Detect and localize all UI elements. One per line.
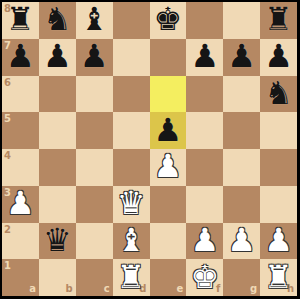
square-c8[interactable]: ♝ (76, 2, 113, 39)
square-f4[interactable] (186, 149, 223, 186)
white-pawn-f2[interactable]: ♟ (190, 224, 219, 256)
square-h4[interactable] (260, 149, 297, 186)
square-a3[interactable]: 3♟ (2, 186, 39, 223)
chess-board: 8♜♞♝♚♜7♟♟♟♟♟♟6♞5♟4♟3♟♛2♛♝♟♟♟1abcd♜ef♚gh♜ (2, 2, 297, 296)
square-h3[interactable] (260, 186, 297, 223)
black-knight-h6[interactable]: ♞ (264, 77, 293, 109)
square-c3[interactable] (76, 186, 113, 223)
square-d4[interactable] (113, 149, 150, 186)
square-a2[interactable]: 2 (2, 223, 39, 260)
white-pawn-e4[interactable]: ♟ (154, 150, 183, 182)
rank-label-5: 5 (4, 114, 11, 124)
black-pawn-f7[interactable]: ♟ (190, 40, 219, 72)
square-c1[interactable]: c (76, 259, 113, 296)
square-f8[interactable] (186, 2, 223, 39)
white-pawn-a3[interactable]: ♟ (6, 187, 35, 219)
white-pawn-h2[interactable]: ♟ (264, 224, 293, 256)
black-pawn-a7[interactable]: ♟ (6, 40, 35, 72)
white-bishop-d2[interactable]: ♝ (117, 224, 146, 256)
square-c6[interactable] (76, 76, 113, 113)
square-e2[interactable] (150, 223, 187, 260)
square-b5[interactable] (39, 112, 76, 149)
rank-label-1: 1 (4, 261, 11, 271)
square-e8[interactable]: ♚ (150, 2, 187, 39)
square-e7[interactable] (150, 39, 187, 76)
square-g2[interactable]: ♟ (223, 223, 260, 260)
square-d8[interactable] (113, 2, 150, 39)
square-d2[interactable]: ♝ (113, 223, 150, 260)
black-pawn-b7[interactable]: ♟ (43, 40, 72, 72)
square-f7[interactable]: ♟ (186, 39, 223, 76)
square-g3[interactable] (223, 186, 260, 223)
white-king-f1[interactable]: ♚ (190, 261, 219, 293)
black-pawn-g7[interactable]: ♟ (227, 40, 256, 72)
black-rook-a8[interactable]: ♜ (6, 3, 35, 35)
black-queen-b2[interactable]: ♛ (43, 224, 72, 256)
square-g5[interactable] (223, 112, 260, 149)
square-c4[interactable] (76, 149, 113, 186)
black-bishop-c8[interactable]: ♝ (80, 3, 109, 35)
square-h6[interactable]: ♞ (260, 76, 297, 113)
black-pawn-c7[interactable]: ♟ (80, 40, 109, 72)
square-d1[interactable]: d♜ (113, 259, 150, 296)
square-f5[interactable] (186, 112, 223, 149)
square-b1[interactable]: b (39, 259, 76, 296)
square-f3[interactable] (186, 186, 223, 223)
square-a5[interactable]: 5 (2, 112, 39, 149)
square-a4[interactable]: 4 (2, 149, 39, 186)
square-e3[interactable] (150, 186, 187, 223)
white-rook-h1[interactable]: ♜ (264, 261, 293, 293)
chess-board-frame: 8♜♞♝♚♜7♟♟♟♟♟♟6♞5♟4♟3♟♛2♛♝♟♟♟1abcd♜ef♚gh♜ (0, 0, 300, 299)
white-pawn-g2[interactable]: ♟ (227, 224, 256, 256)
black-king-e8[interactable]: ♚ (154, 3, 183, 35)
square-d7[interactable] (113, 39, 150, 76)
square-h8[interactable]: ♜ (260, 2, 297, 39)
square-c5[interactable] (76, 112, 113, 149)
square-b2[interactable]: ♛ (39, 223, 76, 260)
square-a8[interactable]: 8♜ (2, 2, 39, 39)
square-a6[interactable]: 6 (2, 76, 39, 113)
square-b6[interactable] (39, 76, 76, 113)
white-queen-d3[interactable]: ♛ (117, 187, 146, 219)
square-d6[interactable] (113, 76, 150, 113)
black-knight-b8[interactable]: ♞ (43, 3, 72, 35)
file-label-a: a (29, 284, 36, 294)
rank-label-6: 6 (4, 78, 11, 88)
square-c2[interactable] (76, 223, 113, 260)
square-g7[interactable]: ♟ (223, 39, 260, 76)
square-b3[interactable] (39, 186, 76, 223)
square-a1[interactable]: 1a (2, 259, 39, 296)
file-label-c: c (104, 284, 110, 294)
file-label-g: g (250, 284, 257, 294)
square-f2[interactable]: ♟ (186, 223, 223, 260)
square-g4[interactable] (223, 149, 260, 186)
square-e4[interactable]: ♟ (150, 149, 187, 186)
square-g8[interactable] (223, 2, 260, 39)
square-f1[interactable]: f♚ (186, 259, 223, 296)
square-e5[interactable]: ♟ (150, 112, 187, 149)
square-b8[interactable]: ♞ (39, 2, 76, 39)
black-rook-h8[interactable]: ♜ (264, 3, 293, 35)
rank-label-4: 4 (4, 151, 11, 161)
square-h5[interactable] (260, 112, 297, 149)
square-g1[interactable]: g (223, 259, 260, 296)
square-e1[interactable]: e (150, 259, 187, 296)
black-pawn-h7[interactable]: ♟ (264, 40, 293, 72)
square-h2[interactable]: ♟ (260, 223, 297, 260)
square-e6[interactable] (150, 76, 187, 113)
square-a7[interactable]: 7♟ (2, 39, 39, 76)
square-f6[interactable] (186, 76, 223, 113)
file-label-b: b (66, 284, 73, 294)
rank-label-2: 2 (4, 225, 11, 235)
square-b7[interactable]: ♟ (39, 39, 76, 76)
file-label-e: e (177, 284, 184, 294)
square-h1[interactable]: h♜ (260, 259, 297, 296)
square-d3[interactable]: ♛ (113, 186, 150, 223)
white-rook-d1[interactable]: ♜ (117, 261, 146, 293)
square-c7[interactable]: ♟ (76, 39, 113, 76)
square-g6[interactable] (223, 76, 260, 113)
square-h7[interactable]: ♟ (260, 39, 297, 76)
square-d5[interactable] (113, 112, 150, 149)
black-pawn-e5[interactable]: ♟ (154, 114, 183, 146)
square-b4[interactable] (39, 149, 76, 186)
